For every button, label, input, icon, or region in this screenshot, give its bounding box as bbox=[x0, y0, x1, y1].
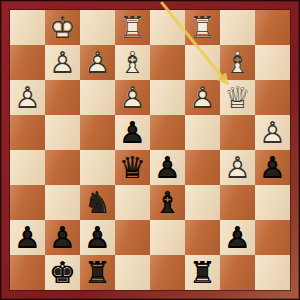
white-pawn[interactable]: ♟♙ bbox=[220, 150, 255, 185]
white-king[interactable]: ♚♔ bbox=[45, 10, 80, 45]
black-pawn[interactable]: ♟♙ bbox=[220, 220, 255, 255]
black-pawn[interactable]: ♟♙ bbox=[115, 115, 150, 150]
white-bishop[interactable]: ♝♗ bbox=[115, 45, 150, 80]
square-b2[interactable]: ♟♙ bbox=[45, 220, 80, 255]
square-a3[interactable] bbox=[10, 185, 45, 220]
piece-outline-glyph: ♔ bbox=[45, 255, 80, 290]
square-d3[interactable] bbox=[115, 185, 150, 220]
piece-outline-glyph: ♙ bbox=[45, 45, 80, 80]
square-b1[interactable]: ♚♔ bbox=[45, 255, 80, 290]
white-pawn[interactable]: ♟♙ bbox=[115, 80, 150, 115]
square-b3[interactable] bbox=[45, 185, 80, 220]
square-f6[interactable]: ♟♙ bbox=[185, 80, 220, 115]
black-pawn[interactable]: ♟♙ bbox=[45, 220, 80, 255]
square-c1[interactable]: ♜♖ bbox=[80, 255, 115, 290]
square-a5[interactable] bbox=[10, 115, 45, 150]
square-e2[interactable] bbox=[150, 220, 185, 255]
square-f5[interactable] bbox=[185, 115, 220, 150]
square-d1[interactable] bbox=[115, 255, 150, 290]
white-rook[interactable]: ♜♖ bbox=[185, 10, 220, 45]
square-d8[interactable]: ♜♖ bbox=[115, 10, 150, 45]
piece-outline-glyph: ♙ bbox=[10, 220, 45, 255]
square-g2[interactable]: ♟♙ bbox=[220, 220, 255, 255]
black-pawn[interactable]: ♟♙ bbox=[150, 150, 185, 185]
square-h4[interactable]: ♟♙ bbox=[255, 150, 290, 185]
square-d6[interactable]: ♟♙ bbox=[115, 80, 150, 115]
square-b8[interactable]: ♚♔ bbox=[45, 10, 80, 45]
square-g4[interactable]: ♟♙ bbox=[220, 150, 255, 185]
square-c2[interactable]: ♟♙ bbox=[80, 220, 115, 255]
square-c6[interactable] bbox=[80, 80, 115, 115]
black-pawn[interactable]: ♟♙ bbox=[80, 220, 115, 255]
black-pawn[interactable]: ♟♙ bbox=[255, 150, 290, 185]
square-h1[interactable] bbox=[255, 255, 290, 290]
square-h6[interactable] bbox=[255, 80, 290, 115]
square-c4[interactable] bbox=[80, 150, 115, 185]
piece-outline-glyph: ♖ bbox=[185, 10, 220, 45]
piece-outline-glyph: ♙ bbox=[80, 220, 115, 255]
black-king[interactable]: ♚♔ bbox=[45, 255, 80, 290]
black-bishop[interactable]: ♝♗ bbox=[150, 185, 185, 220]
piece-outline-glyph: ♙ bbox=[255, 115, 290, 150]
square-a1[interactable] bbox=[10, 255, 45, 290]
square-c3[interactable]: ♞♘ bbox=[80, 185, 115, 220]
square-c8[interactable] bbox=[80, 10, 115, 45]
piece-outline-glyph: ♙ bbox=[115, 80, 150, 115]
square-b4[interactable] bbox=[45, 150, 80, 185]
piece-outline-glyph: ♙ bbox=[45, 220, 80, 255]
square-g7[interactable]: ♝♗ bbox=[220, 45, 255, 80]
square-b6[interactable] bbox=[45, 80, 80, 115]
square-f3[interactable] bbox=[185, 185, 220, 220]
square-e6[interactable] bbox=[150, 80, 185, 115]
white-rook[interactable]: ♜♖ bbox=[115, 10, 150, 45]
square-h7[interactable] bbox=[255, 45, 290, 80]
square-g1[interactable] bbox=[220, 255, 255, 290]
white-pawn[interactable]: ♟♙ bbox=[185, 80, 220, 115]
white-pawn[interactable]: ♟♙ bbox=[45, 45, 80, 80]
black-queen[interactable]: ♛♕ bbox=[115, 150, 150, 185]
piece-outline-glyph: ♕ bbox=[115, 150, 150, 185]
square-h5[interactable]: ♟♙ bbox=[255, 115, 290, 150]
square-a8[interactable] bbox=[10, 10, 45, 45]
board-frame: ♚♔♜♖♜♖♟♙♟♙♝♗♝♗♟♙♟♙♟♙♛♕♟♙♟♙♛♕♟♙♟♙♟♙♞♘♝♗♟♙… bbox=[0, 0, 300, 300]
square-d2[interactable] bbox=[115, 220, 150, 255]
piece-outline-glyph: ♕ bbox=[220, 80, 255, 115]
square-c5[interactable] bbox=[80, 115, 115, 150]
square-g3[interactable] bbox=[220, 185, 255, 220]
piece-outline-glyph: ♖ bbox=[115, 10, 150, 45]
black-pawn[interactable]: ♟♙ bbox=[10, 220, 45, 255]
piece-outline-glyph: ♙ bbox=[220, 150, 255, 185]
piece-outline-glyph: ♙ bbox=[255, 150, 290, 185]
square-d7[interactable]: ♝♗ bbox=[115, 45, 150, 80]
white-pawn[interactable]: ♟♙ bbox=[255, 115, 290, 150]
square-a6[interactable]: ♟♙ bbox=[10, 80, 45, 115]
square-d5[interactable]: ♟♙ bbox=[115, 115, 150, 150]
square-f1[interactable]: ♜♖ bbox=[185, 255, 220, 290]
piece-outline-glyph: ♙ bbox=[80, 45, 115, 80]
square-h3[interactable] bbox=[255, 185, 290, 220]
square-d4[interactable]: ♛♕ bbox=[115, 150, 150, 185]
piece-outline-glyph: ♗ bbox=[115, 45, 150, 80]
square-g5[interactable] bbox=[220, 115, 255, 150]
square-e7[interactable] bbox=[150, 45, 185, 80]
black-rook[interactable]: ♜♖ bbox=[185, 255, 220, 290]
chess-board: ♚♔♜♖♜♖♟♙♟♙♝♗♝♗♟♙♟♙♟♙♛♕♟♙♟♙♛♕♟♙♟♙♟♙♞♘♝♗♟♙… bbox=[10, 10, 290, 290]
piece-outline-glyph: ♖ bbox=[80, 255, 115, 290]
square-h8[interactable] bbox=[255, 10, 290, 45]
piece-outline-glyph: ♔ bbox=[45, 10, 80, 45]
black-rook[interactable]: ♜♖ bbox=[80, 255, 115, 290]
piece-outline-glyph: ♙ bbox=[150, 150, 185, 185]
square-b5[interactable] bbox=[45, 115, 80, 150]
square-e3[interactable]: ♝♗ bbox=[150, 185, 185, 220]
piece-outline-glyph: ♘ bbox=[80, 185, 115, 220]
piece-outline-glyph: ♙ bbox=[115, 115, 150, 150]
square-g8[interactable] bbox=[220, 10, 255, 45]
square-e8[interactable] bbox=[150, 10, 185, 45]
square-h2[interactable] bbox=[255, 220, 290, 255]
square-a7[interactable] bbox=[10, 45, 45, 80]
square-f2[interactable] bbox=[185, 220, 220, 255]
piece-outline-glyph: ♙ bbox=[220, 220, 255, 255]
white-queen[interactable]: ♛♕ bbox=[220, 80, 255, 115]
square-g6[interactable]: ♛♕ bbox=[220, 80, 255, 115]
black-knight[interactable]: ♞♘ bbox=[80, 185, 115, 220]
square-a4[interactable] bbox=[10, 150, 45, 185]
square-e4[interactable]: ♟♙ bbox=[150, 150, 185, 185]
square-e5[interactable] bbox=[150, 115, 185, 150]
square-b7[interactable]: ♟♙ bbox=[45, 45, 80, 80]
piece-outline-glyph: ♗ bbox=[150, 185, 185, 220]
white-pawn[interactable]: ♟♙ bbox=[80, 45, 115, 80]
square-f4[interactable] bbox=[185, 150, 220, 185]
square-a2[interactable]: ♟♙ bbox=[10, 220, 45, 255]
piece-outline-glyph: ♙ bbox=[185, 80, 220, 115]
square-f8[interactable]: ♜♖ bbox=[185, 10, 220, 45]
white-pawn[interactable]: ♟♙ bbox=[10, 80, 45, 115]
piece-outline-glyph: ♗ bbox=[220, 45, 255, 80]
square-e1[interactable] bbox=[150, 255, 185, 290]
piece-outline-glyph: ♖ bbox=[185, 255, 220, 290]
square-c7[interactable]: ♟♙ bbox=[80, 45, 115, 80]
piece-outline-glyph: ♙ bbox=[10, 80, 45, 115]
square-f7[interactable] bbox=[185, 45, 220, 80]
white-bishop[interactable]: ♝♗ bbox=[220, 45, 255, 80]
